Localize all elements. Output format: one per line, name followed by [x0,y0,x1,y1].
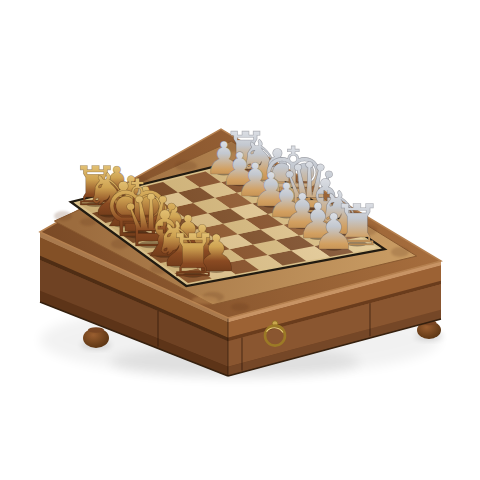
product-photo-stage: ♜♟♞♟♝♟♟♚♜♟♟♛♞♟♟♝♝♟♟♞♚♟♟♜♛♟♟♝♟♞♟♜ [0,0,480,480]
piece-white-rook-a1[interactable]: ♜ [166,221,219,290]
burl-figure [391,247,409,257]
bun-foot-left-cap [88,327,104,333]
burl-figure [54,211,72,221]
burl-figure [231,303,249,311]
piece-black-pawn-a7[interactable]: ♟ [311,203,355,261]
burl-figure [175,161,197,171]
burl-highlight [192,296,218,304]
chess-set-scene: ♜♟♞♟♝♟♟♚♜♟♟♛♞♟♟♝♝♟♟♞♚♟♟♜♛♟♟♝♟♞♟♜ [0,0,480,480]
